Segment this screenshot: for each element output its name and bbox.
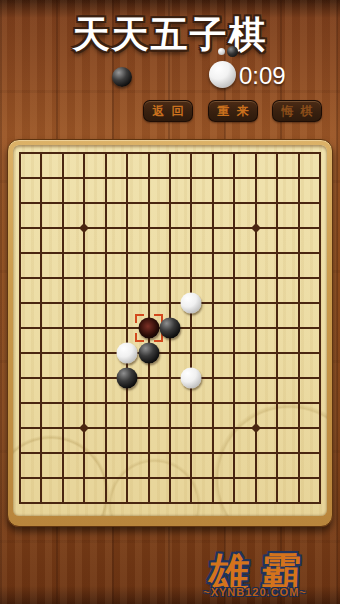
- grid-line: [19, 452, 321, 454]
- last-move-marker: [135, 314, 163, 342]
- stone-black: [117, 368, 138, 389]
- star-point: [79, 223, 89, 233]
- grid-line: [19, 477, 321, 479]
- grid-line: [298, 152, 300, 504]
- back-button[interactable]: 返回: [143, 100, 193, 122]
- grid-line: [19, 502, 321, 504]
- stone-black: [160, 318, 181, 339]
- board-grid[interactable]: [13, 145, 327, 516]
- star-point: [251, 223, 261, 233]
- star-point: [79, 423, 89, 433]
- star-point: [251, 423, 261, 433]
- white-player-stone-icon: [209, 61, 236, 88]
- app-title: 天天五子棋: [0, 10, 340, 60]
- title-white-stone-icon: [218, 48, 225, 55]
- title-black-stone-icon: [227, 46, 238, 57]
- move-timer: 0:09: [239, 62, 286, 90]
- brand-url: ~XYNB120.COM~: [175, 586, 335, 598]
- stone-white: [117, 343, 138, 364]
- undo-button[interactable]: 悔棋: [272, 100, 322, 122]
- restart-button[interactable]: 重来: [208, 100, 258, 122]
- board-surface: [13, 145, 327, 516]
- grid-line: [319, 152, 321, 504]
- stone-white: [181, 368, 202, 389]
- stone-white: [181, 293, 202, 314]
- stone-black: [138, 343, 159, 364]
- black-player-stone-icon: [112, 67, 132, 87]
- game-screen: 天天五子棋 0:09 返回 重来 悔棋 雄霸 ~XYNB120.COM~: [0, 0, 340, 604]
